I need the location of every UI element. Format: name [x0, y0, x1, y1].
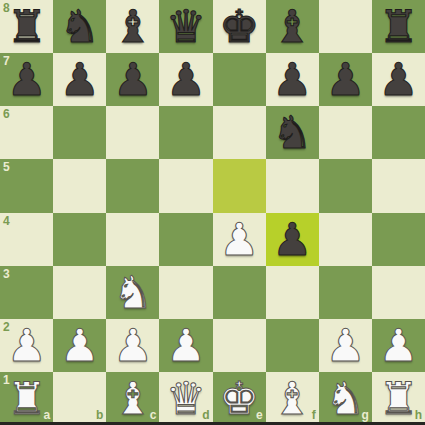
square-b8[interactable]: ♞	[53, 0, 106, 53]
square-e7[interactable]	[213, 53, 266, 106]
square-e5[interactable]	[213, 159, 266, 212]
piece-black-king[interactable]: ♚	[213, 0, 266, 53]
square-d2[interactable]: ♟	[159, 319, 212, 372]
square-b5[interactable]	[53, 159, 106, 212]
square-g2[interactable]: ♟	[319, 319, 372, 372]
piece-white-pawn[interactable]: ♟	[372, 319, 425, 372]
piece-black-queen[interactable]: ♛	[159, 0, 212, 53]
square-e3[interactable]	[213, 266, 266, 319]
square-h7[interactable]: ♟	[372, 53, 425, 106]
square-a3[interactable]: 3	[0, 266, 53, 319]
square-h5[interactable]	[372, 159, 425, 212]
square-e1[interactable]: e♚	[213, 372, 266, 425]
square-d5[interactable]	[159, 159, 212, 212]
piece-white-knight[interactable]: ♞	[106, 266, 159, 319]
square-g4[interactable]	[319, 213, 372, 266]
square-f2[interactable]	[266, 319, 319, 372]
file-label-g: g	[362, 408, 369, 422]
square-g1[interactable]: g♞	[319, 372, 372, 425]
file-label-f: f	[312, 408, 316, 422]
square-d8[interactable]: ♛	[159, 0, 212, 53]
square-c5[interactable]	[106, 159, 159, 212]
square-b6[interactable]	[53, 106, 106, 159]
rank-label-3: 3	[3, 267, 10, 281]
piece-black-pawn[interactable]: ♟	[266, 53, 319, 106]
file-label-d: d	[202, 408, 209, 422]
square-c3[interactable]: ♞	[106, 266, 159, 319]
piece-white-pawn[interactable]: ♟	[319, 319, 372, 372]
piece-black-knight[interactable]: ♞	[266, 106, 319, 159]
square-c6[interactable]	[106, 106, 159, 159]
square-f3[interactable]	[266, 266, 319, 319]
piece-black-pawn[interactable]: ♟	[53, 53, 106, 106]
square-a2[interactable]: 2♟	[0, 319, 53, 372]
piece-black-pawn[interactable]: ♟	[266, 213, 319, 266]
square-h2[interactable]: ♟	[372, 319, 425, 372]
chess-board[interactable]: 8♜♞♝♛♚♝♜7♟♟♟♟♟♟♟6♞54♟♟3♞2♟♟♟♟♟♟1a♜bc♝d♛e…	[0, 0, 425, 425]
rank-label-5: 5	[3, 160, 10, 174]
rank-label-6: 6	[3, 107, 10, 121]
square-f1[interactable]: f♝	[266, 372, 319, 425]
piece-white-pawn[interactable]: ♟	[159, 319, 212, 372]
square-g6[interactable]	[319, 106, 372, 159]
file-label-h: h	[415, 408, 422, 422]
square-a7[interactable]: 7♟	[0, 53, 53, 106]
rank-label-8: 8	[3, 1, 10, 15]
square-g7[interactable]: ♟	[319, 53, 372, 106]
rank-label-7: 7	[3, 54, 10, 68]
file-label-e: e	[256, 408, 263, 422]
square-h6[interactable]	[372, 106, 425, 159]
square-b2[interactable]: ♟	[53, 319, 106, 372]
square-g5[interactable]	[319, 159, 372, 212]
square-e8[interactable]: ♚	[213, 0, 266, 53]
square-f8[interactable]: ♝	[266, 0, 319, 53]
square-f7[interactable]: ♟	[266, 53, 319, 106]
chess-board-container: 8♜♞♝♛♚♝♜7♟♟♟♟♟♟♟6♞54♟♟3♞2♟♟♟♟♟♟1a♜bc♝d♛e…	[0, 0, 425, 425]
square-b3[interactable]	[53, 266, 106, 319]
square-d7[interactable]: ♟	[159, 53, 212, 106]
piece-black-pawn[interactable]: ♟	[372, 53, 425, 106]
square-d3[interactable]	[159, 266, 212, 319]
square-h1[interactable]: h♜	[372, 372, 425, 425]
piece-black-knight[interactable]: ♞	[53, 0, 106, 53]
square-b1[interactable]: b	[53, 372, 106, 425]
piece-black-pawn[interactable]: ♟	[159, 53, 212, 106]
piece-white-pawn[interactable]: ♟	[53, 319, 106, 372]
square-d1[interactable]: d♛	[159, 372, 212, 425]
square-a4[interactable]: 4	[0, 213, 53, 266]
piece-white-pawn[interactable]: ♟	[106, 319, 159, 372]
file-label-b: b	[96, 408, 103, 422]
square-b7[interactable]: ♟	[53, 53, 106, 106]
square-h4[interactable]	[372, 213, 425, 266]
rank-label-2: 2	[3, 320, 10, 334]
file-label-a: a	[43, 408, 50, 422]
square-c7[interactable]: ♟	[106, 53, 159, 106]
square-e6[interactable]	[213, 106, 266, 159]
square-e2[interactable]	[213, 319, 266, 372]
square-c1[interactable]: c♝	[106, 372, 159, 425]
piece-white-pawn[interactable]: ♟	[213, 213, 266, 266]
square-f6[interactable]: ♞	[266, 106, 319, 159]
square-c4[interactable]	[106, 213, 159, 266]
square-h3[interactable]	[372, 266, 425, 319]
piece-black-rook[interactable]: ♜	[372, 0, 425, 53]
square-e4[interactable]: ♟	[213, 213, 266, 266]
square-a1[interactable]: 1a♜	[0, 372, 53, 425]
square-d6[interactable]	[159, 106, 212, 159]
square-c2[interactable]: ♟	[106, 319, 159, 372]
square-d4[interactable]	[159, 213, 212, 266]
piece-black-bishop[interactable]: ♝	[266, 0, 319, 53]
square-b4[interactable]	[53, 213, 106, 266]
square-f4[interactable]: ♟	[266, 213, 319, 266]
square-a6[interactable]: 6	[0, 106, 53, 159]
square-g8[interactable]	[319, 0, 372, 53]
piece-black-bishop[interactable]: ♝	[106, 0, 159, 53]
rank-label-4: 4	[3, 214, 10, 228]
rank-label-1: 1	[3, 373, 10, 387]
piece-black-pawn[interactable]: ♟	[106, 53, 159, 106]
square-g3[interactable]	[319, 266, 372, 319]
file-label-c: c	[150, 408, 157, 422]
piece-black-pawn[interactable]: ♟	[319, 53, 372, 106]
square-a8[interactable]: 8♜	[0, 0, 53, 53]
square-f5[interactable]	[266, 159, 319, 212]
square-h8[interactable]: ♜	[372, 0, 425, 53]
square-a5[interactable]: 5	[0, 159, 53, 212]
square-c8[interactable]: ♝	[106, 0, 159, 53]
